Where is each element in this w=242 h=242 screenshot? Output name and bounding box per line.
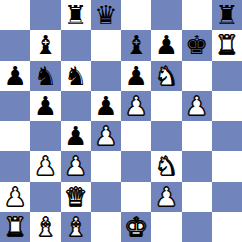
- black-king-icon[interactable]: ♚: [185, 30, 208, 60]
- square-e8[interactable]: [121, 0, 151, 30]
- square-e4[interactable]: [121, 121, 151, 151]
- square-d7[interactable]: [91, 30, 121, 60]
- chess-board: ♜♛♜♝♝♟♚♜♟♞♞♟♞♟♟♟♟♟♟♟♟♞♟♛♟♜♝♝♚: [0, 0, 242, 242]
- square-a5[interactable]: [0, 91, 30, 121]
- square-g8[interactable]: [182, 0, 212, 30]
- white-queen-icon[interactable]: ♛: [64, 182, 87, 212]
- square-f7[interactable]: ♟: [151, 30, 181, 60]
- white-knight-icon[interactable]: ♞: [155, 151, 178, 181]
- square-e2[interactable]: [121, 182, 151, 212]
- square-c6[interactable]: ♞: [61, 61, 91, 91]
- square-h6[interactable]: [212, 61, 242, 91]
- square-c4[interactable]: ♟: [61, 121, 91, 151]
- square-h7[interactable]: ♜: [212, 30, 242, 60]
- square-d4[interactable]: ♟: [91, 121, 121, 151]
- square-h2[interactable]: [212, 182, 242, 212]
- square-f5[interactable]: [151, 91, 181, 121]
- square-e6[interactable]: ♟: [121, 61, 151, 91]
- square-b7[interactable]: ♝: [30, 30, 60, 60]
- white-pawn-icon[interactable]: ♟: [34, 151, 57, 181]
- square-b2[interactable]: [30, 182, 60, 212]
- square-c8[interactable]: ♜: [61, 0, 91, 30]
- square-a8[interactable]: [0, 0, 30, 30]
- square-d6[interactable]: [91, 61, 121, 91]
- square-h3[interactable]: [212, 151, 242, 181]
- square-a2[interactable]: ♟: [0, 182, 30, 212]
- black-pawn-icon[interactable]: ♟: [3, 61, 26, 91]
- square-a7[interactable]: [0, 30, 30, 60]
- square-a4[interactable]: [0, 121, 30, 151]
- square-g4[interactable]: [182, 121, 212, 151]
- white-pawn-icon[interactable]: ♟: [94, 121, 117, 151]
- square-h5[interactable]: [212, 91, 242, 121]
- square-e7[interactable]: ♝: [121, 30, 151, 60]
- square-f8[interactable]: [151, 0, 181, 30]
- square-g2[interactable]: [182, 182, 212, 212]
- square-f6[interactable]: ♞: [151, 61, 181, 91]
- square-g7[interactable]: ♚: [182, 30, 212, 60]
- black-pawn-icon[interactable]: ♟: [124, 61, 147, 91]
- square-e5[interactable]: ♟: [121, 91, 151, 121]
- square-f4[interactable]: [151, 121, 181, 151]
- black-pawn-icon[interactable]: ♟: [64, 121, 87, 151]
- white-bishop-icon[interactable]: ♝: [34, 212, 57, 242]
- white-pawn-icon[interactable]: ♟: [3, 182, 26, 212]
- white-pawn-icon[interactable]: ♟: [124, 91, 147, 121]
- black-rook-icon[interactable]: ♜: [215, 0, 238, 30]
- square-c5[interactable]: [61, 91, 91, 121]
- black-pawn-icon[interactable]: ♟: [155, 30, 178, 60]
- square-g5[interactable]: ♟: [182, 91, 212, 121]
- square-g1[interactable]: [182, 212, 212, 242]
- square-f3[interactable]: ♞: [151, 151, 181, 181]
- square-b8[interactable]: [30, 0, 60, 30]
- square-h8[interactable]: ♜: [212, 0, 242, 30]
- square-d2[interactable]: [91, 182, 121, 212]
- square-a1[interactable]: ♜: [0, 212, 30, 242]
- square-h4[interactable]: [212, 121, 242, 151]
- square-d5[interactable]: ♟: [91, 91, 121, 121]
- black-knight-icon[interactable]: ♞: [34, 61, 57, 91]
- square-c7[interactable]: [61, 30, 91, 60]
- square-c1[interactable]: ♝: [61, 212, 91, 242]
- square-b4[interactable]: [30, 121, 60, 151]
- black-pawn-icon[interactable]: ♟: [94, 91, 117, 121]
- white-pawn-icon[interactable]: ♟: [155, 182, 178, 212]
- black-bishop-icon[interactable]: ♝: [124, 30, 147, 60]
- white-pawn-icon[interactable]: ♟: [64, 151, 87, 181]
- black-rook-icon[interactable]: ♜: [64, 0, 87, 30]
- square-b1[interactable]: ♝: [30, 212, 60, 242]
- square-d8[interactable]: ♛: [91, 0, 121, 30]
- white-king-icon[interactable]: ♚: [124, 212, 147, 242]
- black-queen-icon[interactable]: ♛: [94, 0, 117, 30]
- square-f1[interactable]: [151, 212, 181, 242]
- white-bishop-icon[interactable]: ♝: [64, 212, 87, 242]
- square-c2[interactable]: ♛: [61, 182, 91, 212]
- square-a3[interactable]: [0, 151, 30, 181]
- square-d1[interactable]: [91, 212, 121, 242]
- square-h1[interactable]: [212, 212, 242, 242]
- white-rook-icon[interactable]: ♜: [215, 30, 238, 60]
- black-pawn-icon[interactable]: ♟: [34, 91, 57, 121]
- white-rook-icon[interactable]: ♜: [3, 212, 26, 242]
- white-pawn-icon[interactable]: ♟: [185, 91, 208, 121]
- square-a6[interactable]: ♟: [0, 61, 30, 91]
- square-c3[interactable]: ♟: [61, 151, 91, 181]
- square-g6[interactable]: [182, 61, 212, 91]
- square-b6[interactable]: ♞: [30, 61, 60, 91]
- square-b3[interactable]: ♟: [30, 151, 60, 181]
- square-d3[interactable]: [91, 151, 121, 181]
- black-knight-icon[interactable]: ♞: [64, 61, 87, 91]
- square-e3[interactable]: [121, 151, 151, 181]
- white-knight-icon[interactable]: ♞: [155, 61, 178, 91]
- square-g3[interactable]: [182, 151, 212, 181]
- square-f2[interactable]: ♟: [151, 182, 181, 212]
- black-bishop-icon[interactable]: ♝: [34, 30, 57, 60]
- square-e1[interactable]: ♚: [121, 212, 151, 242]
- square-b5[interactable]: ♟: [30, 91, 60, 121]
